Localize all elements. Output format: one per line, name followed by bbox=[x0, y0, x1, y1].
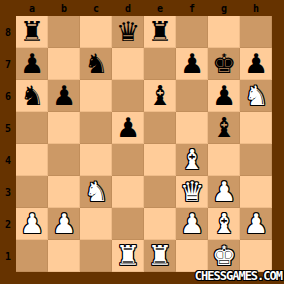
square-g4[interactable] bbox=[208, 144, 240, 176]
rank-labels: 87654321 bbox=[0, 16, 16, 272]
white-king: ♚ bbox=[212, 242, 236, 269]
file-label-g: g bbox=[208, 0, 240, 16]
white-pawn: ♟ bbox=[180, 210, 204, 237]
black-queen: ♛ bbox=[116, 18, 140, 45]
square-c3[interactable]: ♞ bbox=[80, 176, 112, 208]
rank-label-2: 2 bbox=[0, 208, 16, 240]
white-queen: ♛ bbox=[180, 178, 204, 205]
square-g3[interactable]: ♟ bbox=[208, 176, 240, 208]
square-b7[interactable] bbox=[48, 48, 80, 80]
black-pawn: ♟ bbox=[244, 50, 268, 77]
black-pawn: ♟ bbox=[20, 50, 44, 77]
chessgames-watermark: CHESSGAMES.COM bbox=[195, 269, 282, 283]
black-pawn: ♟ bbox=[116, 114, 140, 141]
square-c7[interactable]: ♞ bbox=[80, 48, 112, 80]
file-label-c: c bbox=[80, 0, 112, 16]
square-e4[interactable] bbox=[144, 144, 176, 176]
square-a1[interactable] bbox=[16, 240, 48, 272]
square-f2[interactable]: ♟ bbox=[176, 208, 208, 240]
white-pawn: ♟ bbox=[52, 210, 76, 237]
rank-label-7: 7 bbox=[0, 48, 16, 80]
black-knight: ♞ bbox=[20, 82, 44, 109]
square-b1[interactable] bbox=[48, 240, 80, 272]
file-label-f: f bbox=[176, 0, 208, 16]
square-h7[interactable]: ♟ bbox=[240, 48, 272, 80]
square-d7[interactable] bbox=[112, 48, 144, 80]
square-e5[interactable] bbox=[144, 112, 176, 144]
square-a3[interactable] bbox=[16, 176, 48, 208]
square-c2[interactable] bbox=[80, 208, 112, 240]
rank-label-1: 1 bbox=[0, 240, 16, 272]
rank-label-4: 4 bbox=[0, 144, 16, 176]
square-h3[interactable] bbox=[240, 176, 272, 208]
square-d2[interactable] bbox=[112, 208, 144, 240]
square-d1[interactable]: ♜ bbox=[112, 240, 144, 272]
rank-label-3: 3 bbox=[0, 176, 16, 208]
square-f8[interactable] bbox=[176, 16, 208, 48]
black-pawn: ♟ bbox=[52, 82, 76, 109]
black-rook: ♜ bbox=[20, 18, 44, 45]
square-b4[interactable] bbox=[48, 144, 80, 176]
black-bishop: ♝ bbox=[212, 114, 236, 141]
square-g5[interactable]: ♝ bbox=[208, 112, 240, 144]
square-f7[interactable]: ♟ bbox=[176, 48, 208, 80]
square-f5[interactable] bbox=[176, 112, 208, 144]
square-b3[interactable] bbox=[48, 176, 80, 208]
square-c4[interactable] bbox=[80, 144, 112, 176]
white-bishop: ♝ bbox=[180, 146, 204, 173]
square-c6[interactable] bbox=[80, 80, 112, 112]
square-a6[interactable]: ♞ bbox=[16, 80, 48, 112]
white-pawn: ♟ bbox=[20, 210, 44, 237]
square-a7[interactable]: ♟ bbox=[16, 48, 48, 80]
square-g8[interactable] bbox=[208, 16, 240, 48]
black-pawn: ♟ bbox=[212, 82, 236, 109]
square-f1[interactable] bbox=[176, 240, 208, 272]
white-knight: ♞ bbox=[244, 82, 268, 109]
square-h1[interactable] bbox=[240, 240, 272, 272]
square-e1[interactable]: ♜ bbox=[144, 240, 176, 272]
square-g2[interactable]: ♝ bbox=[208, 208, 240, 240]
square-h2[interactable]: ♟ bbox=[240, 208, 272, 240]
square-e6[interactable]: ♝ bbox=[144, 80, 176, 112]
square-h5[interactable] bbox=[240, 112, 272, 144]
square-f4[interactable]: ♝ bbox=[176, 144, 208, 176]
square-b6[interactable]: ♟ bbox=[48, 80, 80, 112]
square-d8[interactable]: ♛ bbox=[112, 16, 144, 48]
file-label-a: a bbox=[16, 0, 48, 16]
square-g6[interactable]: ♟ bbox=[208, 80, 240, 112]
square-c1[interactable] bbox=[80, 240, 112, 272]
white-knight: ♞ bbox=[84, 178, 108, 205]
square-d6[interactable] bbox=[112, 80, 144, 112]
black-king: ♚ bbox=[212, 50, 236, 77]
chess-diagram: abcdefgh 87654321 ♜♛♜♟♞♟♚♟♞♟♝♟♞♟♝♝♞♛♟♟♟♟… bbox=[0, 0, 284, 284]
chess-board: ♜♛♜♟♞♟♚♟♞♟♝♟♞♟♝♝♞♛♟♟♟♟♝♟♜♜♚ bbox=[16, 16, 272, 272]
white-rook: ♜ bbox=[148, 242, 172, 269]
square-f3[interactable]: ♛ bbox=[176, 176, 208, 208]
square-d4[interactable] bbox=[112, 144, 144, 176]
file-label-d: d bbox=[112, 0, 144, 16]
square-b5[interactable] bbox=[48, 112, 80, 144]
square-h8[interactable] bbox=[240, 16, 272, 48]
white-rook: ♜ bbox=[116, 242, 140, 269]
square-b2[interactable]: ♟ bbox=[48, 208, 80, 240]
square-e3[interactable] bbox=[144, 176, 176, 208]
square-a2[interactable]: ♟ bbox=[16, 208, 48, 240]
square-d5[interactable]: ♟ bbox=[112, 112, 144, 144]
file-label-e: e bbox=[144, 0, 176, 16]
white-bishop: ♝ bbox=[212, 210, 236, 237]
square-g1[interactable]: ♚ bbox=[208, 240, 240, 272]
rank-label-8: 8 bbox=[0, 16, 16, 48]
black-rook: ♜ bbox=[148, 18, 172, 45]
rank-label-5: 5 bbox=[0, 112, 16, 144]
square-c5[interactable] bbox=[80, 112, 112, 144]
square-h6[interactable]: ♞ bbox=[240, 80, 272, 112]
black-bishop: ♝ bbox=[148, 82, 172, 109]
square-a5[interactable] bbox=[16, 112, 48, 144]
square-c8[interactable] bbox=[80, 16, 112, 48]
white-pawn: ♟ bbox=[244, 210, 268, 237]
square-d3[interactable] bbox=[112, 176, 144, 208]
square-e2[interactable] bbox=[144, 208, 176, 240]
square-f6[interactable] bbox=[176, 80, 208, 112]
square-h4[interactable] bbox=[240, 144, 272, 176]
square-e7[interactable] bbox=[144, 48, 176, 80]
file-label-b: b bbox=[48, 0, 80, 16]
black-pawn: ♟ bbox=[180, 50, 204, 77]
square-a4[interactable] bbox=[16, 144, 48, 176]
square-g7[interactable]: ♚ bbox=[208, 48, 240, 80]
black-knight: ♞ bbox=[84, 50, 108, 77]
square-e8[interactable]: ♜ bbox=[144, 16, 176, 48]
square-b8[interactable] bbox=[48, 16, 80, 48]
square-a8[interactable]: ♜ bbox=[16, 16, 48, 48]
white-pawn: ♟ bbox=[212, 178, 236, 205]
file-labels: abcdefgh bbox=[16, 0, 272, 16]
rank-label-6: 6 bbox=[0, 80, 16, 112]
file-label-h: h bbox=[240, 0, 272, 16]
